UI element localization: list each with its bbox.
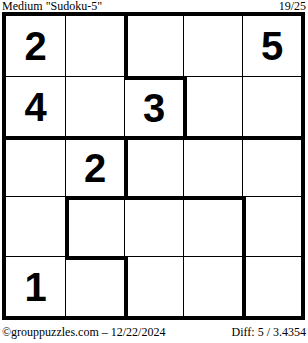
remaining-counter: 19/25	[279, 0, 306, 12]
footer-bar: ©grouppuzzles.com – 12/22/2024 Diff: 5 /…	[2, 326, 306, 339]
difficulty-label: Diff: 5 / 3.4354	[232, 326, 306, 339]
cell-r3c2[interactable]: 2	[65, 136, 124, 196]
given-digit: 4	[24, 87, 46, 127]
cell-r2c1[interactable]: 4	[6, 76, 65, 136]
cell-r4c3[interactable]	[124, 196, 183, 256]
given-digit: 3	[143, 88, 165, 128]
cell-r5c1[interactable]: 1	[6, 256, 65, 316]
header-bar: Medium "Sudoku-5" 19/25	[2, 0, 306, 12]
given-digit: 2	[24, 26, 46, 66]
cell-r1c4[interactable]	[183, 16, 242, 76]
cell-r4c4[interactable]	[183, 196, 242, 256]
given-digit: 5	[261, 26, 283, 66]
cell-r2c3[interactable]: 3	[124, 76, 183, 136]
cell-r1c3[interactable]	[124, 16, 183, 76]
copyright-credit: ©grouppuzzles.com – 12/22/2024	[2, 326, 165, 339]
sudoku-board: 254321	[2, 12, 305, 320]
cell-r2c5[interactable]	[242, 76, 301, 136]
cell-r5c4[interactable]	[183, 256, 242, 316]
cell-r2c4[interactable]	[183, 76, 242, 136]
cell-r3c4[interactable]	[183, 136, 242, 196]
cell-r1c1[interactable]: 2	[6, 16, 65, 76]
given-digit: 2	[84, 148, 106, 188]
cell-r3c5[interactable]	[242, 136, 301, 196]
cell-r2c2[interactable]	[65, 76, 124, 136]
cell-r4c5[interactable]	[242, 196, 301, 256]
given-digit: 1	[24, 267, 46, 307]
cell-r1c2[interactable]	[65, 16, 124, 76]
cell-r5c3[interactable]	[124, 256, 183, 316]
cell-r4c2[interactable]	[65, 196, 124, 256]
cell-r5c5[interactable]	[242, 256, 301, 316]
cell-r3c3[interactable]	[124, 136, 183, 196]
cell-r4c1[interactable]	[6, 196, 65, 256]
cell-r3c1[interactable]	[6, 136, 65, 196]
cell-r5c2[interactable]	[65, 256, 124, 316]
puzzle-title: Medium "Sudoku-5"	[2, 0, 102, 12]
cell-r1c5[interactable]: 5	[242, 16, 301, 76]
